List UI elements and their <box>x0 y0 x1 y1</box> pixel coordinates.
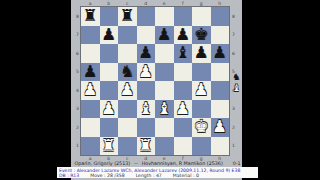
file-labels-top: abcdefgh <box>81 1 229 6</box>
piece-white-pawn[interactable]: ♟ <box>83 81 98 100</box>
square-d2[interactable] <box>137 118 156 137</box>
square-f4[interactable] <box>174 81 193 100</box>
status-db: DB : R13 <box>59 173 79 178</box>
square-b6[interactable] <box>100 44 119 63</box>
square-c2[interactable] <box>118 118 137 137</box>
square-d3[interactable]: ♝ <box>137 100 156 119</box>
square-g6[interactable]: ♟ <box>192 44 211 63</box>
square-h1[interactable] <box>211 137 230 156</box>
piece-white-rook[interactable]: ♜ <box>138 137 153 156</box>
square-b5[interactable] <box>100 63 119 82</box>
square-g2[interactable]: ♚ <box>192 118 211 137</box>
status-length: Length : 47 <box>136 173 162 178</box>
status-move: Move : 28 /358 <box>90 173 124 178</box>
square-g3[interactable] <box>192 100 211 119</box>
piece-white-pawn[interactable]: ♟ <box>101 100 116 119</box>
square-c5[interactable]: ♞ <box>118 63 137 82</box>
black-player-name: Hovhannisyan, R Mamikon (2536) <box>142 161 223 167</box>
players-separator: -- <box>134 161 137 167</box>
square-f1[interactable] <box>174 137 193 156</box>
material-indicator-white: ♝ <box>231 76 242 95</box>
piece-white-bishop[interactable]: ♝ <box>157 100 172 119</box>
square-d6[interactable]: ♟ <box>137 44 156 63</box>
square-d7[interactable] <box>137 26 156 45</box>
square-a3[interactable] <box>81 100 100 119</box>
square-c8[interactable]: ♜ <box>118 7 137 26</box>
square-e8[interactable] <box>155 7 174 26</box>
square-h8[interactable] <box>211 7 230 26</box>
square-f3[interactable]: ♟ <box>174 100 193 119</box>
piece-white-pawn[interactable]: ♟ <box>120 81 135 100</box>
square-d1[interactable]: ♜ <box>137 137 156 156</box>
piece-black-pawn[interactable]: ♟ <box>157 26 172 45</box>
square-b3[interactable]: ♟ <box>100 100 119 119</box>
square-d5[interactable]: ♟ <box>137 63 156 82</box>
piece-white-king[interactable]: ♚ <box>194 118 209 137</box>
square-f6[interactable]: ♝ <box>174 44 193 63</box>
piece-black-pawn[interactable]: ♟ <box>212 44 227 63</box>
square-a2[interactable] <box>81 118 100 137</box>
square-e4[interactable] <box>155 81 174 100</box>
status-material: Material : 0 <box>173 173 199 178</box>
piece-black-king[interactable]: ♚ <box>194 26 209 45</box>
square-c7[interactable] <box>118 26 137 45</box>
square-b2[interactable] <box>100 118 119 137</box>
square-f2[interactable] <box>174 118 193 137</box>
players-line: Oparin, Grigoriy (2513) -- Hovhannisyan,… <box>57 161 258 167</box>
piece-black-rook[interactable]: ♜ <box>83 7 98 26</box>
square-b1[interactable]: ♜ <box>100 137 119 156</box>
piece-black-bishop[interactable]: ♝ <box>175 44 190 63</box>
square-a5[interactable]: ♟ <box>81 63 100 82</box>
square-e7[interactable]: ♟ <box>155 26 174 45</box>
piece-white-bishop[interactable]: ♝ <box>138 100 153 119</box>
piece-white-pawn[interactable]: ♟ <box>138 63 153 82</box>
square-a4[interactable]: ♟ <box>81 81 100 100</box>
square-h3[interactable] <box>211 100 230 119</box>
piece-black-rook[interactable]: ♜ <box>120 7 135 26</box>
square-a7[interactable] <box>81 26 100 45</box>
square-c4[interactable]: ♟ <box>118 81 137 100</box>
square-h7[interactable] <box>211 26 230 45</box>
square-e2[interactable] <box>155 118 174 137</box>
square-b7[interactable]: ♟ <box>100 26 119 45</box>
piece-white-pawn[interactable]: ♟ <box>212 118 227 137</box>
piece-black-pawn[interactable]: ♟ <box>101 26 116 45</box>
square-c3[interactable] <box>118 100 137 119</box>
square-a1[interactable] <box>81 137 100 156</box>
square-b4[interactable] <box>100 81 119 100</box>
chess-board[interactable]: ♜♜♟♟♟♚♟♝♟♟♟♞♟♟♟♟♟♝♝♟♚♟♜♜ <box>81 7 229 155</box>
piece-white-pawn[interactable]: ♟ <box>175 100 190 119</box>
piece-black-pawn[interactable]: ♟ <box>138 44 153 63</box>
square-f5[interactable] <box>174 63 193 82</box>
square-a6[interactable] <box>81 44 100 63</box>
piece-black-knight[interactable]: ♞ <box>120 63 135 82</box>
white-bishop-icon: ♝ <box>232 83 240 93</box>
square-d8[interactable] <box>137 7 156 26</box>
square-e3[interactable]: ♝ <box>155 100 174 119</box>
square-e5[interactable] <box>155 63 174 82</box>
piece-white-pawn[interactable]: ♟ <box>194 81 209 100</box>
square-c1[interactable] <box>118 137 137 156</box>
square-g4[interactable]: ♟ <box>192 81 211 100</box>
square-g8[interactable] <box>192 7 211 26</box>
piece-black-pawn[interactable]: ♟ <box>83 63 98 82</box>
piece-black-pawn[interactable]: ♟ <box>175 26 190 45</box>
square-g5[interactable] <box>192 63 211 82</box>
square-f8[interactable] <box>174 7 193 26</box>
square-h5[interactable] <box>211 63 230 82</box>
square-h4[interactable] <box>211 81 230 100</box>
square-f7[interactable]: ♟ <box>174 26 193 45</box>
square-h2[interactable]: ♟ <box>211 118 230 137</box>
square-g7[interactable]: ♚ <box>192 26 211 45</box>
square-e6[interactable] <box>155 44 174 63</box>
square-h6[interactable]: ♟ <box>211 44 230 63</box>
square-b8[interactable] <box>100 7 119 26</box>
square-g1[interactable] <box>192 137 211 156</box>
square-c6[interactable] <box>118 44 137 63</box>
square-e1[interactable] <box>155 137 174 156</box>
square-d4[interactable] <box>137 81 156 100</box>
piece-white-rook[interactable]: ♜ <box>101 137 116 156</box>
game-result: 0-1 <box>233 161 241 167</box>
white-player-name: Oparin, Grigoriy (2513) <box>74 161 130 167</box>
piece-black-pawn[interactable]: ♟ <box>194 44 209 63</box>
square-a8[interactable]: ♜ <box>81 7 100 26</box>
rank-labels-left: 87654321 <box>75 7 80 155</box>
status-line: DB : R13 Move : 28 /358 Length : 47 Mate… <box>59 173 257 178</box>
